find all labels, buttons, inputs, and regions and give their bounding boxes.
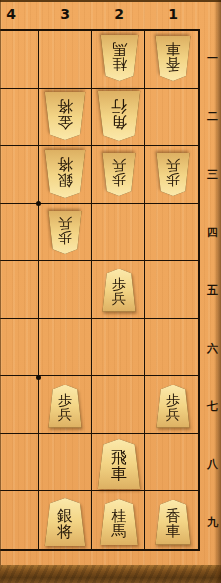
piece-kanji: 車 bbox=[111, 466, 127, 482]
sente-knight-29[interactable]: 桂馬 bbox=[99, 499, 140, 545]
piece-kanji: 歩 bbox=[166, 172, 180, 186]
board-square-4-7[interactable] bbox=[0, 376, 39, 434]
board-right-edge bbox=[214, 0, 221, 583]
gote-knight-21[interactable]: 桂馬 bbox=[99, 35, 140, 81]
board-square-3-6[interactable] bbox=[39, 319, 92, 377]
board-square-1-8[interactable] bbox=[145, 434, 198, 492]
board-square-2-7[interactable] bbox=[92, 376, 145, 434]
piece-kanji: 車 bbox=[166, 524, 181, 539]
piece-face: 金将 bbox=[43, 92, 87, 140]
file-label-4: 4 bbox=[6, 6, 16, 22]
gote-pawn-34[interactable]: 歩兵 bbox=[47, 211, 83, 254]
piece-kanji: 歩 bbox=[112, 172, 126, 186]
board-square-4-9[interactable] bbox=[0, 491, 39, 549]
piece-face: 歩兵 bbox=[47, 211, 83, 254]
board-square-1-5[interactable] bbox=[145, 261, 198, 319]
piece-face: 歩兵 bbox=[155, 385, 191, 428]
sente-pawn-37[interactable]: 歩兵 bbox=[47, 385, 83, 428]
piece-face: 歩兵 bbox=[155, 153, 191, 196]
piece-face: 歩兵 bbox=[47, 385, 83, 428]
piece-kanji: 銀 bbox=[57, 172, 73, 188]
gote-pawn-13[interactable]: 歩兵 bbox=[155, 153, 191, 196]
piece-kanji: 将 bbox=[57, 98, 73, 114]
piece-face: 銀将 bbox=[43, 498, 87, 546]
board-square-1-2[interactable] bbox=[145, 89, 198, 147]
piece-kanji: 兵 bbox=[58, 216, 72, 230]
file-label-2: 2 bbox=[114, 6, 124, 22]
board-top-edge bbox=[0, 0, 221, 2]
sente-lance-19[interactable]: 香車 bbox=[154, 500, 192, 545]
sente-pawn-17[interactable]: 歩兵 bbox=[155, 385, 191, 428]
board-square-1-6[interactable] bbox=[145, 319, 198, 377]
gote-silver-33[interactable]: 銀将 bbox=[43, 150, 87, 198]
board-square-2-4[interactable] bbox=[92, 204, 145, 262]
shogi-board: 4321一二三四五六七八九 桂馬香車金将角行銀将歩兵歩兵歩兵歩兵歩兵歩兵飛車銀将… bbox=[0, 0, 221, 583]
sente-rook-28[interactable]: 飛車 bbox=[96, 439, 142, 489]
board-bottom-margin bbox=[0, 551, 221, 565]
piece-kanji: 兵 bbox=[112, 158, 126, 172]
piece-kanji: 金 bbox=[57, 114, 73, 130]
board-left-edge bbox=[0, 0, 1, 583]
file-label-1: 1 bbox=[168, 6, 178, 22]
piece-face: 香車 bbox=[154, 500, 192, 545]
board-front-edge bbox=[0, 565, 221, 583]
board-square-4-3[interactable] bbox=[0, 146, 39, 204]
piece-face: 角行 bbox=[96, 91, 142, 141]
piece-kanji: 将 bbox=[57, 524, 73, 540]
piece-kanji: 将 bbox=[57, 156, 73, 172]
piece-kanji: 兵 bbox=[112, 292, 126, 306]
gote-bishop-22[interactable]: 角行 bbox=[96, 91, 142, 141]
board-square-4-1[interactable] bbox=[0, 31, 39, 89]
gote-lance-11[interactable]: 香車 bbox=[154, 36, 192, 81]
piece-kanji: 兵 bbox=[58, 408, 72, 422]
piece-face: 桂馬 bbox=[99, 35, 140, 81]
piece-kanji: 兵 bbox=[166, 408, 180, 422]
piece-face: 歩兵 bbox=[101, 269, 137, 312]
board-square-3-5[interactable] bbox=[39, 261, 92, 319]
sente-silver-39[interactable]: 銀将 bbox=[43, 498, 87, 546]
piece-face: 香車 bbox=[154, 36, 192, 81]
piece-kanji: 兵 bbox=[166, 158, 180, 172]
piece-kanji: 馬 bbox=[112, 524, 127, 539]
piece-kanji: 馬 bbox=[112, 41, 127, 56]
piece-kanji: 車 bbox=[166, 41, 181, 56]
gote-pawn-23[interactable]: 歩兵 bbox=[101, 153, 137, 196]
piece-kanji: 香 bbox=[166, 56, 181, 71]
piece-kanji: 行 bbox=[111, 98, 127, 114]
piece-kanji: 歩 bbox=[58, 230, 72, 244]
sente-pawn-25[interactable]: 歩兵 bbox=[101, 269, 137, 312]
piece-face: 歩兵 bbox=[101, 153, 137, 196]
board-square-4-4[interactable] bbox=[0, 204, 39, 262]
piece-face: 飛車 bbox=[96, 439, 142, 489]
piece-kanji: 角 bbox=[111, 114, 127, 130]
gote-gold-32[interactable]: 金将 bbox=[43, 92, 87, 140]
board-square-4-8[interactable] bbox=[0, 434, 39, 492]
board-square-2-6[interactable] bbox=[92, 319, 145, 377]
board-square-3-1[interactable] bbox=[39, 31, 92, 89]
piece-kanji: 桂 bbox=[112, 56, 127, 71]
board-square-4-5[interactable] bbox=[0, 261, 39, 319]
piece-face: 銀将 bbox=[43, 150, 87, 198]
board-square-3-8[interactable] bbox=[39, 434, 92, 492]
board-square-1-4[interactable] bbox=[145, 204, 198, 262]
star-point-2 bbox=[36, 375, 41, 380]
piece-face: 桂馬 bbox=[99, 499, 140, 545]
board-square-4-6[interactable] bbox=[0, 319, 39, 377]
board-square-4-2[interactable] bbox=[0, 89, 39, 147]
file-label-3: 3 bbox=[60, 6, 70, 22]
star-point-1 bbox=[36, 201, 41, 206]
